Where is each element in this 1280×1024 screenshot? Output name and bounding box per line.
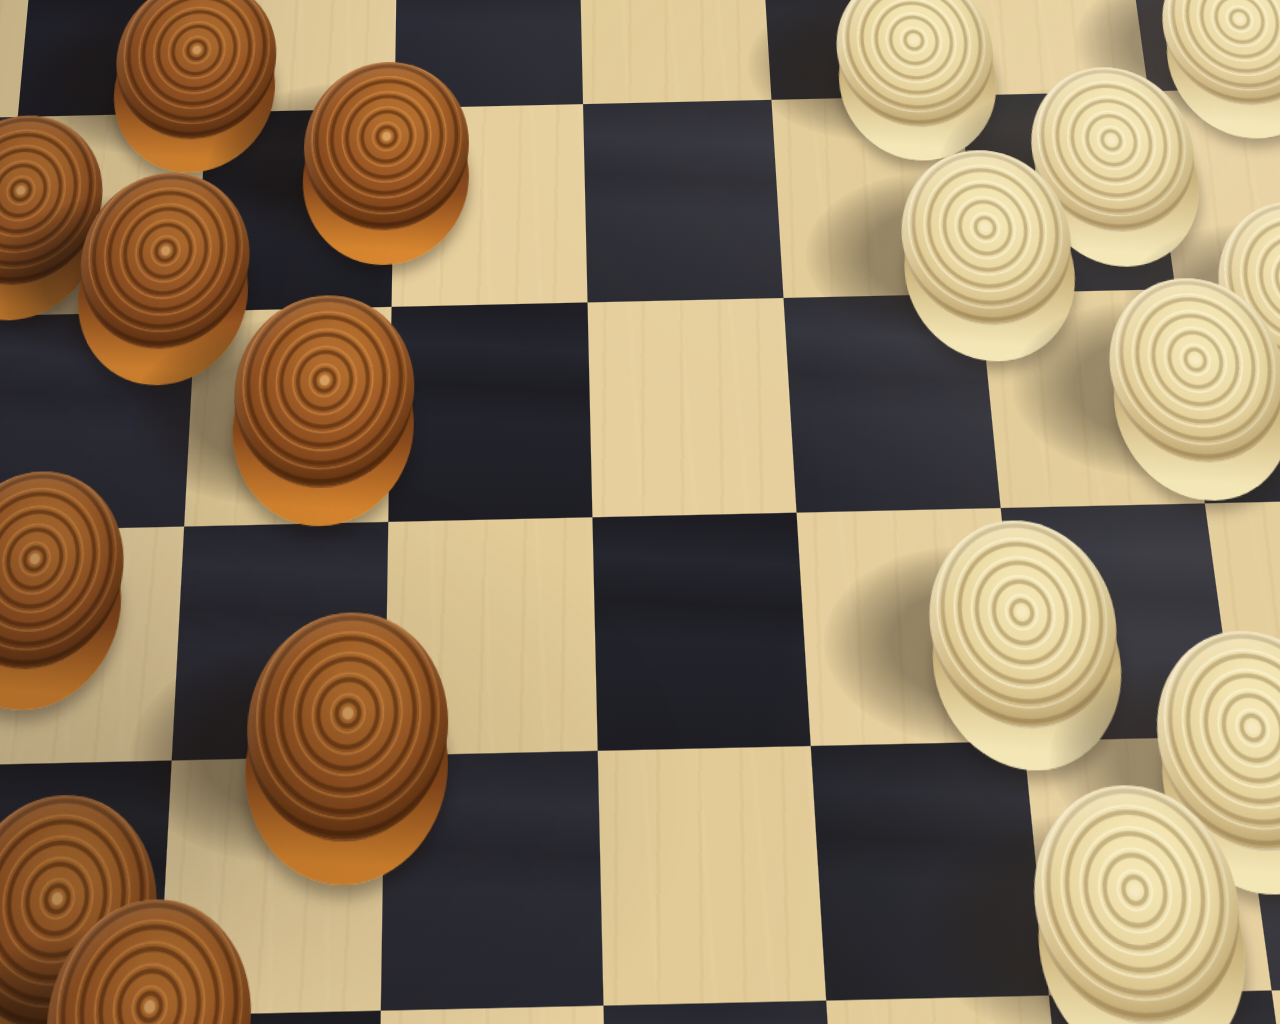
board-square[interactable] [184, 307, 391, 527]
board-square[interactable] [388, 302, 592, 521]
board-square[interactable] [0, 1016, 158, 1024]
checkers-board [0, 0, 1280, 1024]
board-square[interactable] [172, 522, 389, 761]
board-perspective-wrapper [0, 0, 1280, 1024]
board-square[interactable] [760, 0, 960, 100]
board-square[interactable] [588, 298, 797, 517]
board-square[interactable] [579, 0, 772, 104]
board-square[interactable] [603, 1001, 843, 1024]
board-photo [0, 0, 1280, 1024]
board-square[interactable] [1175, 285, 1280, 504]
board-square[interactable] [598, 746, 826, 1006]
board-square[interactable] [583, 100, 783, 303]
board-square[interactable] [592, 513, 810, 751]
board-square[interactable] [18, 0, 216, 117]
board-square[interactable] [1123, 0, 1280, 91]
